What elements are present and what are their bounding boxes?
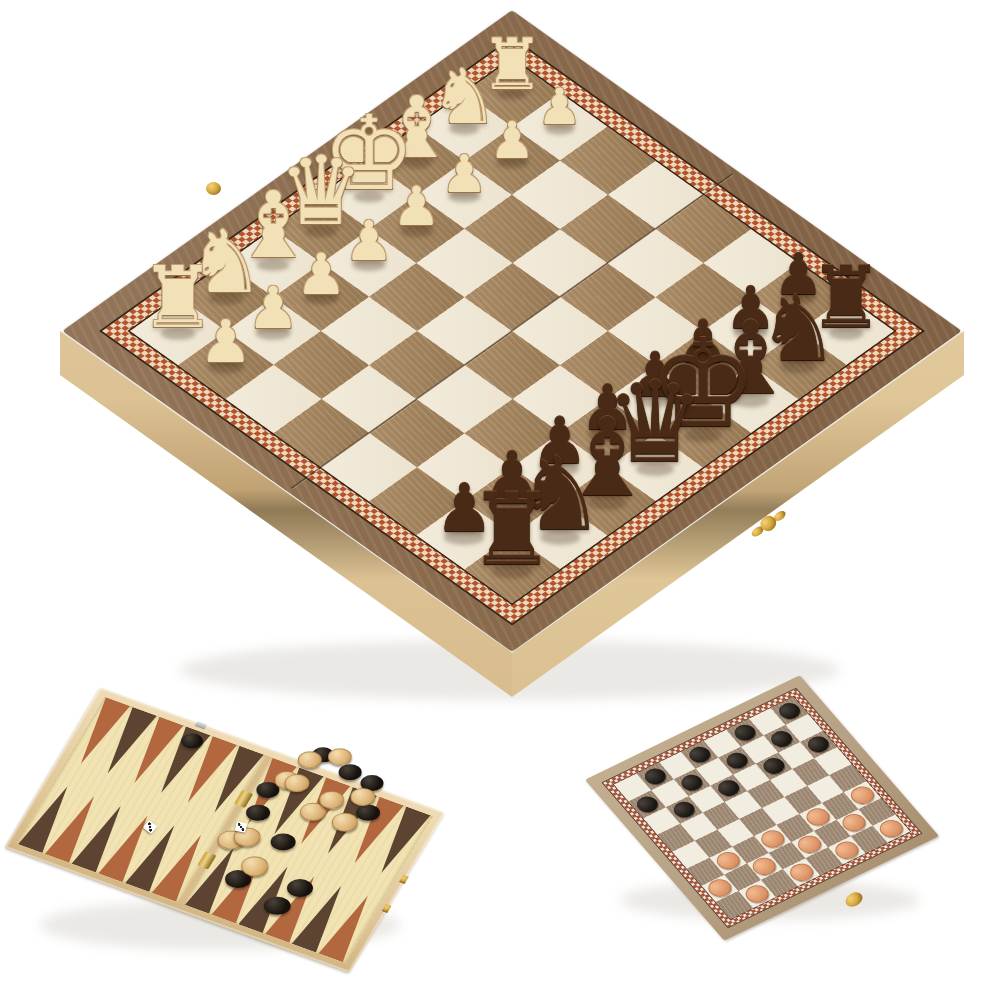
brass-hinge-pin — [206, 182, 221, 195]
backgammon-checker-black — [312, 747, 334, 762]
product-photo-scene: ♜♟♞♟♝♟♚♟♛♟♝♟♟♞♜♟♟♜♞♟♟♝♟♚♟♛♟♝♟♞♟♜ — [0, 0, 1000, 1000]
backgammon-checker-wood — [328, 748, 352, 765]
chess-board[interactable] — [62, 10, 961, 651]
